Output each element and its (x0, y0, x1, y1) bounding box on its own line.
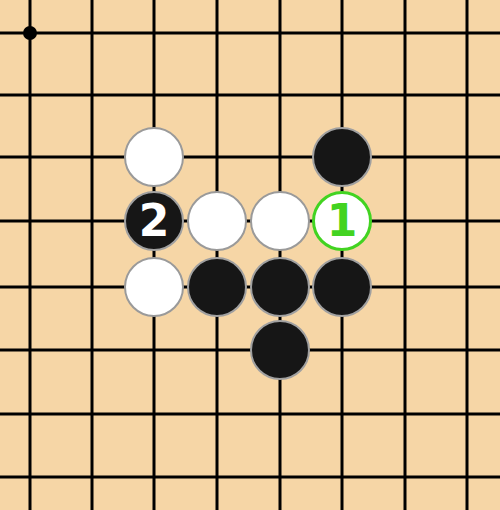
move-1-white-stone[interactable]: 1 (312, 191, 372, 251)
white-stone[interactable] (124, 257, 184, 317)
move-2-black-stone[interactable]: 2 (124, 191, 184, 251)
white-stone[interactable] (250, 191, 310, 251)
black-stone[interactable] (312, 257, 372, 317)
black-stone[interactable] (250, 257, 310, 317)
go-board[interactable]: 21 (0, 0, 500, 510)
stones-layer: 21 (0, 0, 500, 510)
black-stone[interactable] (250, 320, 310, 380)
black-stone[interactable] (187, 257, 247, 317)
black-stone[interactable] (312, 127, 372, 187)
white-stone[interactable] (187, 191, 247, 251)
white-stone[interactable] (124, 127, 184, 187)
